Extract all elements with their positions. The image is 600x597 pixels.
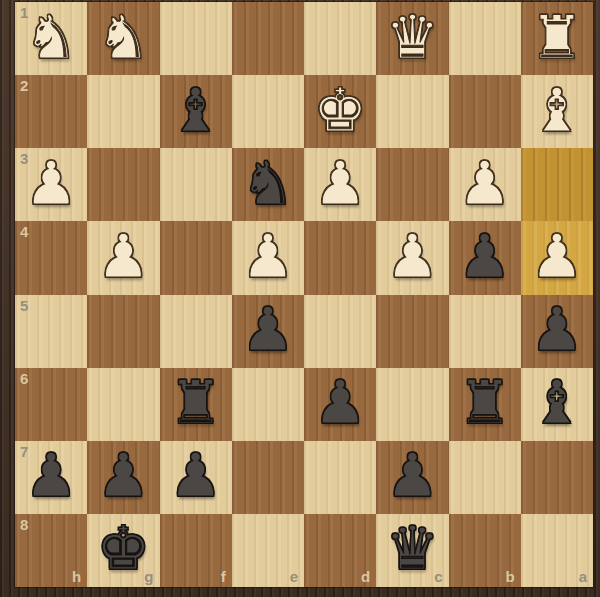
rank-label-5: 5 [20,297,28,314]
square-a7[interactable] [521,441,593,514]
square-d1[interactable] [304,2,376,75]
square-f7[interactable]: ♟ [160,441,232,514]
white-pawn-h3[interactable]: ♟ [24,153,78,213]
rank-label-2: 2 [20,77,28,94]
black-pawn-f7[interactable]: ♟ [169,445,223,505]
square-a5[interactable]: ♟ [521,295,593,368]
file-label-h: h [72,568,81,585]
square-h3[interactable]: 3♟ [15,148,87,221]
square-g1[interactable]: ♞ [87,2,159,75]
square-c2[interactable] [376,75,448,148]
square-b1[interactable] [449,2,521,75]
square-f5[interactable] [160,295,232,368]
black-pawn-b4[interactable]: ♟ [458,226,512,286]
square-f2[interactable]: ♝ [160,75,232,148]
white-queen-c1[interactable]: ♛ [385,7,439,67]
file-label-d: d [361,568,370,585]
square-e3[interactable]: ♞ [232,148,304,221]
square-b2[interactable] [449,75,521,148]
chess-board-frame: 1♞♞♛♜2♝♚♝3♟♞♟♟4♟♟♟♟♟5♟♟6♜♟♜♝7♟♟♟♟8hg♚fed… [0,0,600,597]
white-rook-a1[interactable]: ♜ [530,7,584,67]
square-d7[interactable] [304,441,376,514]
square-c6[interactable] [376,368,448,441]
black-pawn-c7[interactable]: ♟ [385,445,439,505]
square-b8[interactable]: b [449,514,521,587]
square-g4[interactable]: ♟ [87,221,159,294]
square-c1[interactable]: ♛ [376,2,448,75]
square-h7[interactable]: 7♟ [15,441,87,514]
square-g8[interactable]: g♚ [87,514,159,587]
square-e6[interactable] [232,368,304,441]
white-king-d2[interactable]: ♚ [313,80,367,140]
black-pawn-g7[interactable]: ♟ [96,445,150,505]
square-d5[interactable] [304,295,376,368]
square-e8[interactable]: e [232,514,304,587]
black-pawn-h7[interactable]: ♟ [24,445,78,505]
white-pawn-e4[interactable]: ♟ [241,226,295,286]
square-d4[interactable] [304,221,376,294]
square-c8[interactable]: c♛ [376,514,448,587]
square-a4[interactable]: ♟ [521,221,593,294]
square-d8[interactable]: d [304,514,376,587]
square-e5[interactable]: ♟ [232,295,304,368]
square-e1[interactable] [232,2,304,75]
square-h8[interactable]: 8h [15,514,87,587]
square-a8[interactable]: a [521,514,593,587]
black-bishop-a6[interactable]: ♝ [530,372,584,432]
black-queen-c8[interactable]: ♛ [385,518,439,578]
file-label-a: a [579,568,587,585]
square-c3[interactable] [376,148,448,221]
black-rook-b6[interactable]: ♜ [458,372,512,432]
file-label-e: e [290,568,298,585]
square-b7[interactable] [449,441,521,514]
square-b6[interactable]: ♜ [449,368,521,441]
square-h6[interactable]: 6 [15,368,87,441]
square-e7[interactable] [232,441,304,514]
rank-label-4: 4 [20,223,28,240]
square-a6[interactable]: ♝ [521,368,593,441]
square-a2[interactable]: ♝ [521,75,593,148]
square-g2[interactable] [87,75,159,148]
white-knight-h1[interactable]: ♞ [24,7,78,67]
black-knight-e3[interactable]: ♞ [241,153,295,213]
square-e4[interactable]: ♟ [232,221,304,294]
square-c5[interactable] [376,295,448,368]
square-b5[interactable] [449,295,521,368]
square-b3[interactable]: ♟ [449,148,521,221]
square-g3[interactable] [87,148,159,221]
black-bishop-f2[interactable]: ♝ [169,80,223,140]
square-c7[interactable]: ♟ [376,441,448,514]
square-a3[interactable] [521,148,593,221]
rank-label-6: 6 [20,370,28,387]
square-e2[interactable] [232,75,304,148]
square-g5[interactable] [87,295,159,368]
square-h4[interactable]: 4 [15,221,87,294]
square-f6[interactable]: ♜ [160,368,232,441]
square-b4[interactable]: ♟ [449,221,521,294]
white-pawn-c4[interactable]: ♟ [385,226,439,286]
square-c4[interactable]: ♟ [376,221,448,294]
white-pawn-b3[interactable]: ♟ [458,153,512,213]
rank-label-8: 8 [20,516,28,533]
square-h5[interactable]: 5 [15,295,87,368]
square-d3[interactable]: ♟ [304,148,376,221]
file-label-b: b [506,568,515,585]
black-pawn-e5[interactable]: ♟ [241,299,295,359]
square-h2[interactable]: 2 [15,75,87,148]
square-g6[interactable] [87,368,159,441]
white-pawn-a4[interactable]: ♟ [530,226,584,286]
white-pawn-d3[interactable]: ♟ [313,153,367,213]
square-d6[interactable]: ♟ [304,368,376,441]
square-f4[interactable] [160,221,232,294]
black-pawn-d6[interactable]: ♟ [313,372,367,432]
square-a1[interactable]: ♜ [521,2,593,75]
chess-board: 1♞♞♛♜2♝♚♝3♟♞♟♟4♟♟♟♟♟5♟♟6♜♟♜♝7♟♟♟♟8hg♚fed… [15,2,593,587]
square-f1[interactable] [160,2,232,75]
square-f3[interactable] [160,148,232,221]
square-d2[interactable]: ♚ [304,75,376,148]
white-bishop-a2[interactable]: ♝ [530,80,584,140]
square-h1[interactable]: 1♞ [15,2,87,75]
square-g7[interactable]: ♟ [87,441,159,514]
black-king-g8[interactable]: ♚ [96,518,150,578]
white-pawn-g4[interactable]: ♟ [96,226,150,286]
black-rook-f6[interactable]: ♜ [169,372,223,432]
white-knight-g1[interactable]: ♞ [96,7,150,67]
file-label-f: f [221,568,226,585]
square-f8[interactable]: f [160,514,232,587]
black-pawn-a5[interactable]: ♟ [530,299,584,359]
